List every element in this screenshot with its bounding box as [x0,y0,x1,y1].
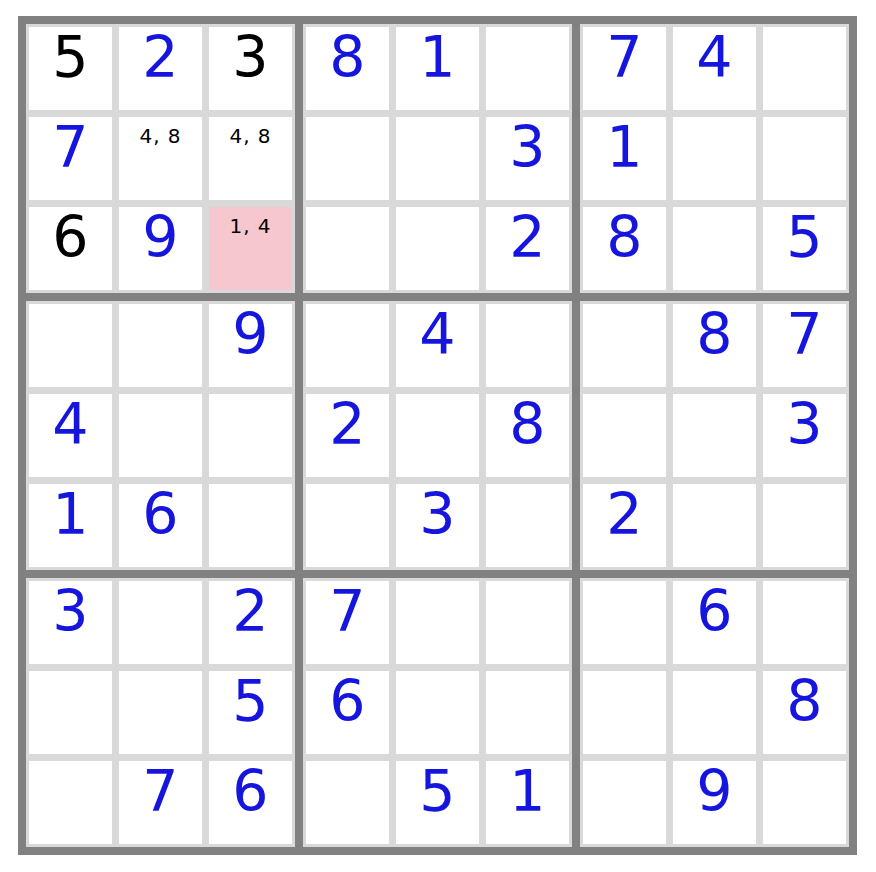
cell-r3c2[interactable]: 9 [119,207,202,290]
cell-r8c6[interactable] [486,671,569,754]
cell-r6c5[interactable]: 3 [396,484,479,567]
cell-r4c3[interactable]: 9 [209,304,292,387]
cell-r9c8[interactable]: 9 [673,761,756,844]
cell-r3c6[interactable]: 2 [486,207,569,290]
cell-r8c4[interactable]: 6 [306,671,389,754]
cell-r5c1[interactable]: 4 [29,394,112,477]
cell-r9c4[interactable] [306,761,389,844]
cell-r7c4[interactable]: 7 [306,581,389,664]
cell-r7c2[interactable] [119,581,202,664]
cell-r2c3[interactable]: 4, 8 [209,117,292,200]
cell-r4c4[interactable] [306,304,389,387]
box-2-1: 9416 [26,301,295,570]
cell-r8c3[interactable]: 5 [209,671,292,754]
cell-r7c5[interactable] [396,581,479,664]
cell-r7c1[interactable]: 3 [29,581,112,664]
cell-r3c7[interactable]: 8 [583,207,666,290]
cell-r6c4[interactable] [306,484,389,567]
cell-r8c7[interactable] [583,671,666,754]
cell-r8c9[interactable]: 8 [763,671,846,754]
cell-r9c1[interactable] [29,761,112,844]
box-3-1: 32576 [26,578,295,847]
sudoku-board: 52374, 84, 8691, 48132741859416428387323… [18,16,857,855]
cell-r3c5[interactable] [396,207,479,290]
cell-r9c9[interactable] [763,761,846,844]
cell-r5c9[interactable]: 3 [763,394,846,477]
cell-r7c9[interactable] [763,581,846,664]
cell-r8c8[interactable] [673,671,756,754]
cell-r7c3[interactable]: 2 [209,581,292,664]
cell-r6c1[interactable]: 1 [29,484,112,567]
cell-r8c5[interactable] [396,671,479,754]
cell-r3c9[interactable]: 5 [763,207,846,290]
box-2-2: 4283 [303,301,572,570]
cell-r5c6[interactable]: 8 [486,394,569,477]
cell-r1c2[interactable]: 2 [119,27,202,110]
cell-r9c3[interactable]: 6 [209,761,292,844]
cell-r7c8[interactable]: 6 [673,581,756,664]
cell-r5c8[interactable] [673,394,756,477]
box-1-2: 8132 [303,24,572,293]
cell-r4c5[interactable]: 4 [396,304,479,387]
box-2-3: 8732 [580,301,849,570]
cell-r1c9[interactable] [763,27,846,110]
cell-r5c3[interactable] [209,394,292,477]
cell-r8c1[interactable] [29,671,112,754]
cell-r3c8[interactable] [673,207,756,290]
cell-r1c6[interactable] [486,27,569,110]
cell-r9c5[interactable]: 5 [396,761,479,844]
box-1-1: 52374, 84, 8691, 4 [26,24,295,293]
box-3-2: 7651 [303,578,572,847]
cell-r2c4[interactable] [306,117,389,200]
cell-r2c7[interactable]: 1 [583,117,666,200]
box-3-3: 689 [580,578,849,847]
cell-r6c3[interactable] [209,484,292,567]
box-1-3: 74185 [580,24,849,293]
cell-r7c7[interactable] [583,581,666,664]
cell-r2c8[interactable] [673,117,756,200]
cell-r1c1[interactable]: 5 [29,27,112,110]
cell-r5c4[interactable]: 2 [306,394,389,477]
cell-r1c3[interactable]: 3 [209,27,292,110]
cell-r5c7[interactable] [583,394,666,477]
cell-r5c2[interactable] [119,394,202,477]
cell-r4c6[interactable] [486,304,569,387]
cell-r9c2[interactable]: 7 [119,761,202,844]
cell-r4c2[interactable] [119,304,202,387]
cell-r2c2[interactable]: 4, 8 [119,117,202,200]
cell-r1c7[interactable]: 7 [583,27,666,110]
cell-r6c6[interactable] [486,484,569,567]
cell-r2c6[interactable]: 3 [486,117,569,200]
cell-r2c1[interactable]: 7 [29,117,112,200]
cell-r4c7[interactable] [583,304,666,387]
cell-r6c7[interactable]: 2 [583,484,666,567]
cell-r3c1[interactable]: 6 [29,207,112,290]
cell-r3c4[interactable] [306,207,389,290]
cell-r4c1[interactable] [29,304,112,387]
cell-r1c5[interactable]: 1 [396,27,479,110]
cell-r6c9[interactable] [763,484,846,567]
cell-r7c6[interactable] [486,581,569,664]
cell-r1c4[interactable]: 8 [306,27,389,110]
cell-r2c5[interactable] [396,117,479,200]
cell-r1c8[interactable]: 4 [673,27,756,110]
cell-r5c5[interactable] [396,394,479,477]
cell-r2c9[interactable] [763,117,846,200]
cell-r3c3[interactable]: 1, 4 [209,207,292,290]
cell-r9c6[interactable]: 1 [486,761,569,844]
cell-r4c8[interactable]: 8 [673,304,756,387]
cell-r9c7[interactable] [583,761,666,844]
cell-r6c8[interactable] [673,484,756,567]
cell-r6c2[interactable]: 6 [119,484,202,567]
cell-r4c9[interactable]: 7 [763,304,846,387]
cell-r8c2[interactable] [119,671,202,754]
